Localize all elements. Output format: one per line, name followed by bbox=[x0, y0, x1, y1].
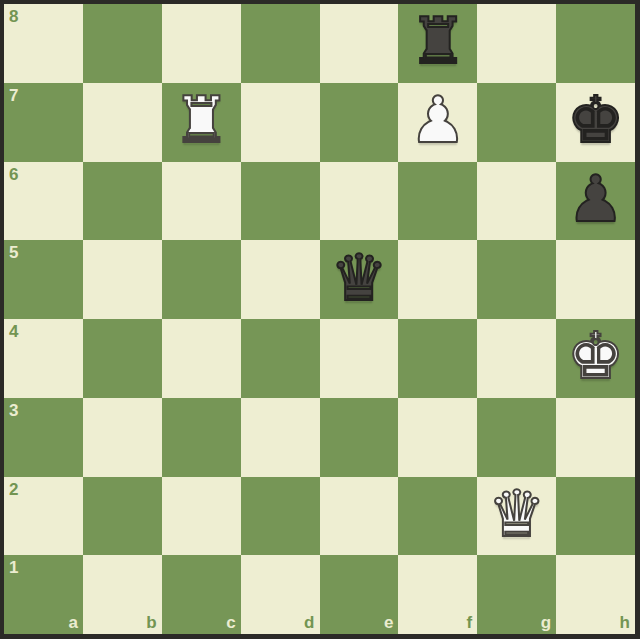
square-a5[interactable]: 5 bbox=[4, 240, 83, 319]
square-d5[interactable] bbox=[241, 240, 320, 319]
square-h7[interactable]: ♚ bbox=[556, 83, 635, 162]
black-king[interactable]: ♚ bbox=[567, 88, 624, 152]
file-label-f: f bbox=[467, 614, 473, 631]
rank-label-8: 8 bbox=[9, 8, 18, 25]
rank-label-7: 7 bbox=[9, 87, 18, 104]
square-b4[interactable] bbox=[83, 319, 162, 398]
square-b5[interactable] bbox=[83, 240, 162, 319]
square-f3[interactable] bbox=[398, 398, 477, 477]
square-f1[interactable]: f bbox=[398, 555, 477, 634]
board-frame: 8♜7♜♟♚6♟5♛4♚32♛1abcdefgh bbox=[0, 0, 640, 639]
square-d2[interactable] bbox=[241, 477, 320, 556]
square-a4[interactable]: 4 bbox=[4, 319, 83, 398]
square-d4[interactable] bbox=[241, 319, 320, 398]
square-f2[interactable] bbox=[398, 477, 477, 556]
square-a8[interactable]: 8 bbox=[4, 4, 83, 83]
square-c2[interactable] bbox=[162, 477, 241, 556]
square-b2[interactable] bbox=[83, 477, 162, 556]
rank-label-3: 3 bbox=[9, 402, 18, 419]
white-queen[interactable]: ♛ bbox=[488, 482, 545, 546]
square-e8[interactable] bbox=[320, 4, 399, 83]
square-c3[interactable] bbox=[162, 398, 241, 477]
rank-label-2: 2 bbox=[9, 481, 18, 498]
file-label-a: a bbox=[68, 614, 77, 631]
square-g7[interactable] bbox=[477, 83, 556, 162]
black-pawn[interactable]: ♟ bbox=[567, 167, 624, 231]
square-a1[interactable]: 1a bbox=[4, 555, 83, 634]
square-h1[interactable]: h bbox=[556, 555, 635, 634]
square-g5[interactable] bbox=[477, 240, 556, 319]
square-d1[interactable]: d bbox=[241, 555, 320, 634]
chess-board: 8♜7♜♟♚6♟5♛4♚32♛1abcdefgh bbox=[4, 4, 635, 634]
square-a7[interactable]: 7 bbox=[4, 83, 83, 162]
square-d7[interactable] bbox=[241, 83, 320, 162]
file-label-b: b bbox=[146, 614, 156, 631]
square-h8[interactable] bbox=[556, 4, 635, 83]
square-b6[interactable] bbox=[83, 162, 162, 241]
square-a6[interactable]: 6 bbox=[4, 162, 83, 241]
square-b8[interactable] bbox=[83, 4, 162, 83]
square-e3[interactable] bbox=[320, 398, 399, 477]
square-g3[interactable] bbox=[477, 398, 556, 477]
square-e5[interactable]: ♛ bbox=[320, 240, 399, 319]
square-c1[interactable]: c bbox=[162, 555, 241, 634]
square-b7[interactable] bbox=[83, 83, 162, 162]
white-pawn[interactable]: ♟ bbox=[409, 88, 466, 152]
square-d8[interactable] bbox=[241, 4, 320, 83]
square-c4[interactable] bbox=[162, 319, 241, 398]
rank-label-5: 5 bbox=[9, 244, 18, 261]
square-d3[interactable] bbox=[241, 398, 320, 477]
square-e4[interactable] bbox=[320, 319, 399, 398]
square-c5[interactable] bbox=[162, 240, 241, 319]
square-g6[interactable] bbox=[477, 162, 556, 241]
square-a2[interactable]: 2 bbox=[4, 477, 83, 556]
file-label-c: c bbox=[226, 614, 235, 631]
square-c7[interactable]: ♜ bbox=[162, 83, 241, 162]
square-f5[interactable] bbox=[398, 240, 477, 319]
file-label-h: h bbox=[620, 614, 630, 631]
square-h2[interactable] bbox=[556, 477, 635, 556]
square-b1[interactable]: b bbox=[83, 555, 162, 634]
square-f6[interactable] bbox=[398, 162, 477, 241]
square-b3[interactable] bbox=[83, 398, 162, 477]
square-g8[interactable] bbox=[477, 4, 556, 83]
square-e2[interactable] bbox=[320, 477, 399, 556]
rank-label-6: 6 bbox=[9, 166, 18, 183]
square-a3[interactable]: 3 bbox=[4, 398, 83, 477]
square-h5[interactable] bbox=[556, 240, 635, 319]
rank-label-4: 4 bbox=[9, 323, 18, 340]
square-g1[interactable]: g bbox=[477, 555, 556, 634]
white-rook[interactable]: ♜ bbox=[173, 88, 230, 152]
square-h6[interactable]: ♟ bbox=[556, 162, 635, 241]
white-king[interactable]: ♚ bbox=[567, 324, 624, 388]
rank-label-1: 1 bbox=[9, 559, 18, 576]
file-label-d: d bbox=[304, 614, 314, 631]
square-h3[interactable] bbox=[556, 398, 635, 477]
square-h4[interactable]: ♚ bbox=[556, 319, 635, 398]
square-f4[interactable] bbox=[398, 319, 477, 398]
square-f8[interactable]: ♜ bbox=[398, 4, 477, 83]
square-c8[interactable] bbox=[162, 4, 241, 83]
square-e6[interactable] bbox=[320, 162, 399, 241]
square-f7[interactable]: ♟ bbox=[398, 83, 477, 162]
square-d6[interactable] bbox=[241, 162, 320, 241]
black-queen[interactable]: ♛ bbox=[330, 246, 387, 310]
square-e7[interactable] bbox=[320, 83, 399, 162]
square-g2[interactable]: ♛ bbox=[477, 477, 556, 556]
square-c6[interactable] bbox=[162, 162, 241, 241]
file-label-g: g bbox=[541, 614, 551, 631]
file-label-e: e bbox=[384, 614, 393, 631]
black-rook[interactable]: ♜ bbox=[409, 9, 466, 73]
square-e1[interactable]: e bbox=[320, 555, 399, 634]
square-g4[interactable] bbox=[477, 319, 556, 398]
